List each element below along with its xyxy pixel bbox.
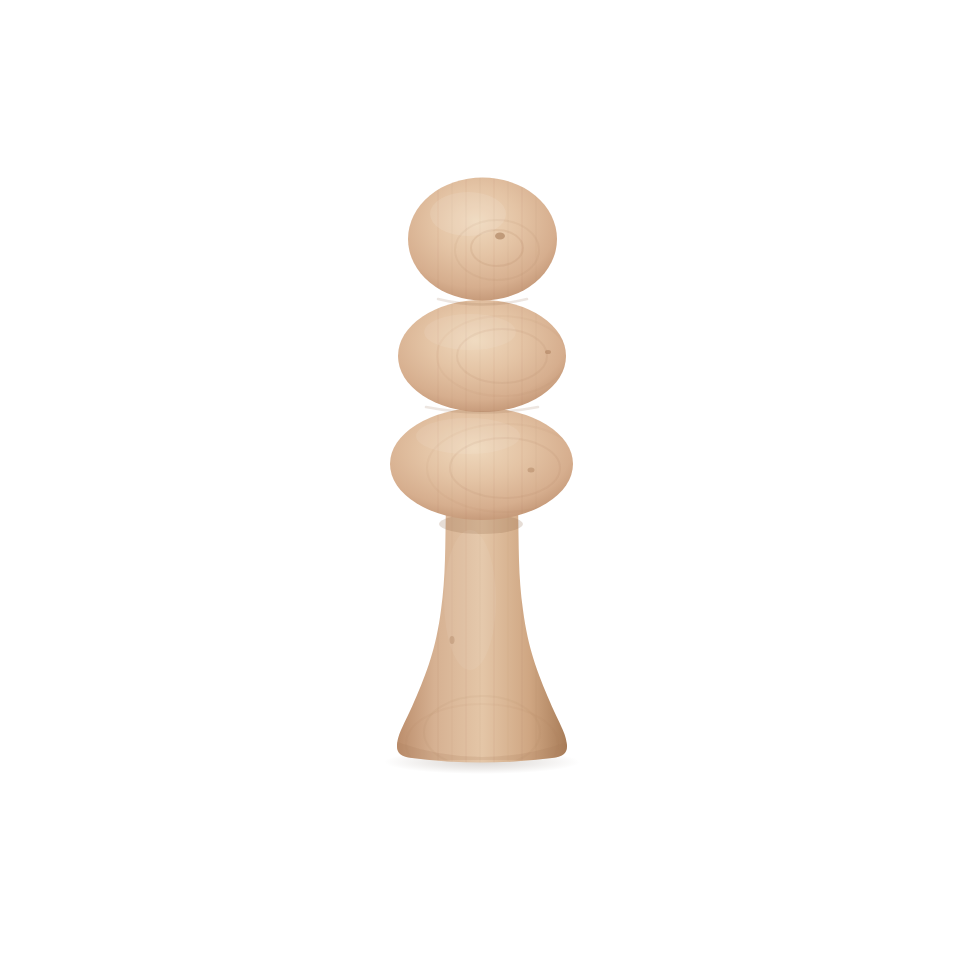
product-photo-stage — [0, 0, 960, 960]
wooden-chess-piece-photo — [0, 0, 960, 960]
